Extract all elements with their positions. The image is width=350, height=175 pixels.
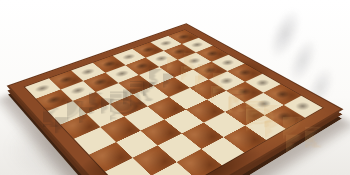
chess-set-photo-scene: ♜♜♞♞♝♝♚♚♛♛♝♝♟♟♜♜♟♟♟♟♟♟♟♟♟♟♟♟♟♟♞♞♟♟♝♝♟♟♛♛… [0,0,350,175]
chess-board: ♜♜♞♞♝♝♚♚♛♛♝♝♟♟♜♜♟♟♟♟♟♟♟♟♟♟♟♟♟♟♞♞♟♟♝♝♟♟♛♛… [7,23,344,175]
white-pawn-glyph: ♟ [265,72,307,119]
black-pawn-glyph: ♟ [35,58,75,103]
